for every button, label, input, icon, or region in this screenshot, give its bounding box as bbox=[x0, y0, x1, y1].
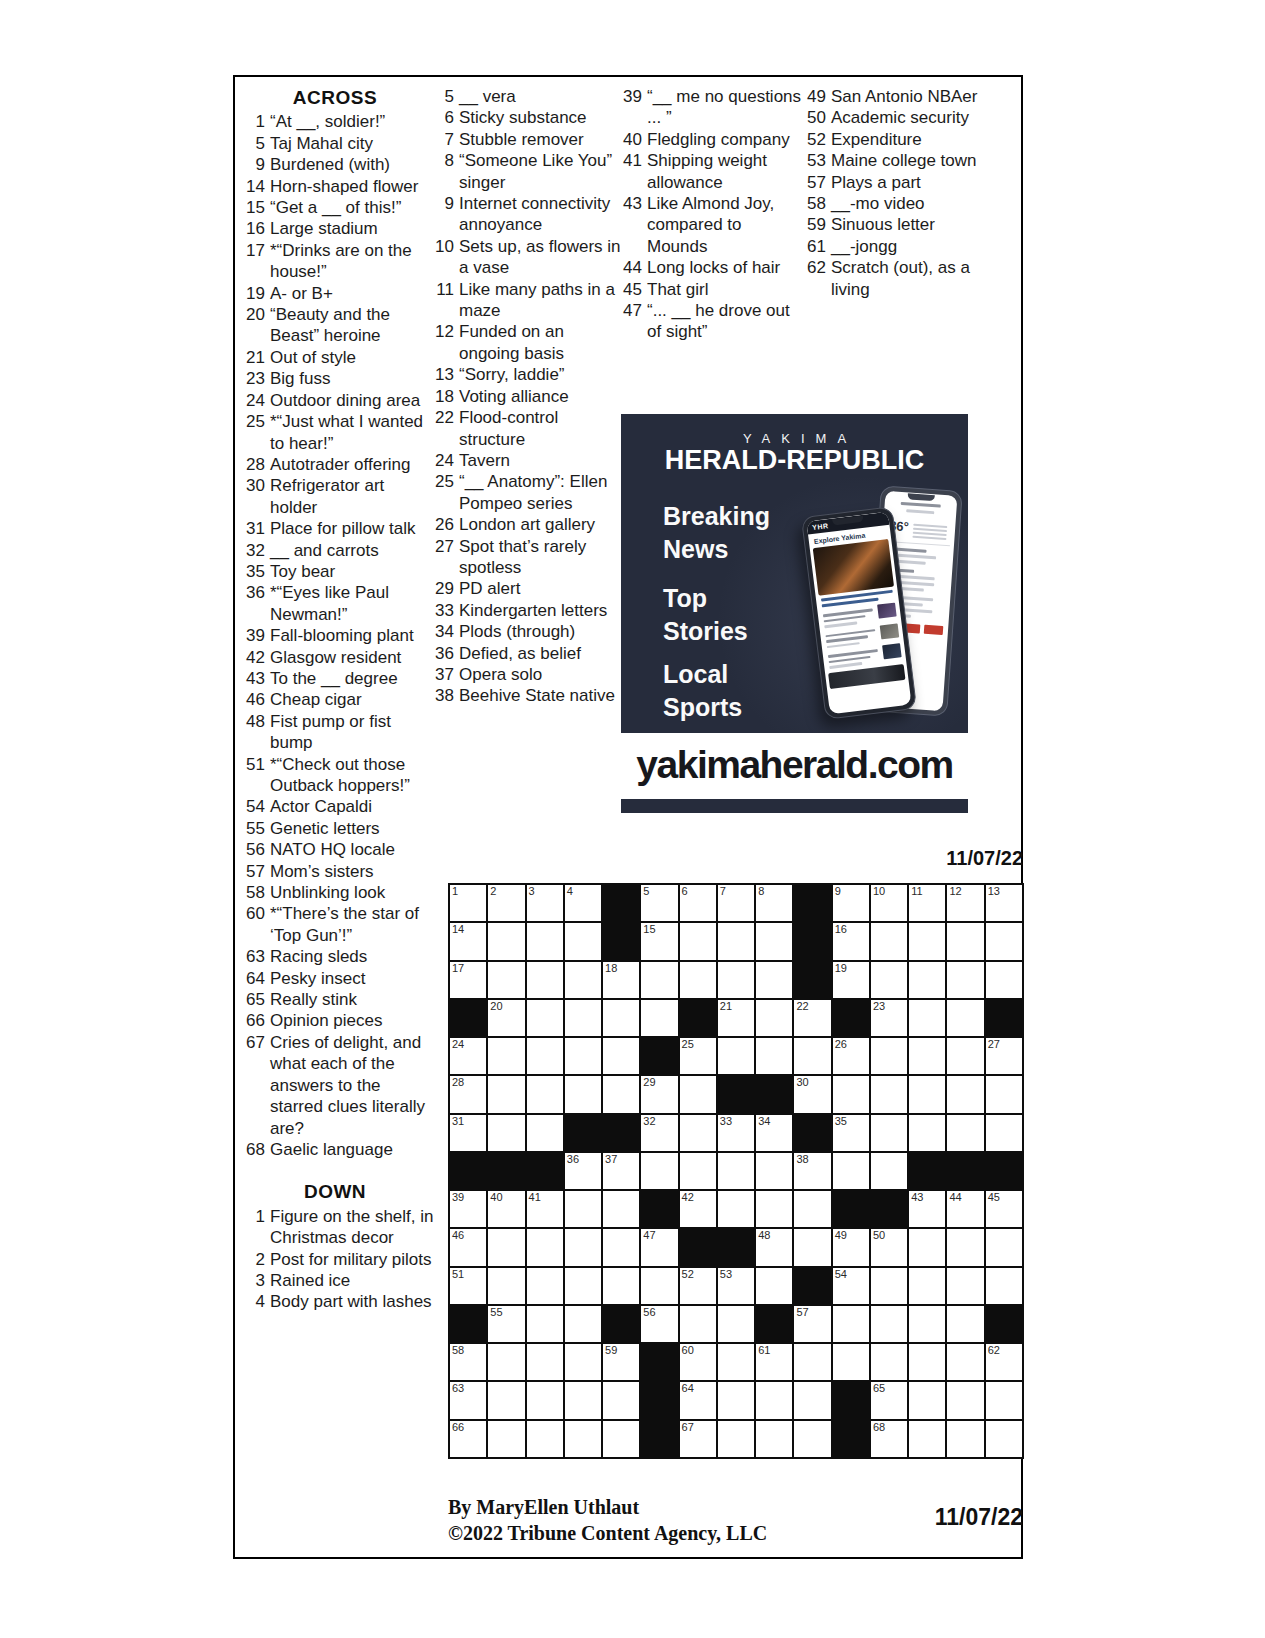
grid-cell[interactable] bbox=[488, 962, 524, 998]
clue-text: *“Eyes like Paul Newman!” bbox=[270, 582, 435, 625]
clue-number: 15 bbox=[245, 197, 270, 218]
grid-cell[interactable] bbox=[947, 962, 983, 998]
grid-cell[interactable]: 6 bbox=[680, 885, 716, 921]
grid-cell[interactable]: 46 bbox=[450, 1229, 486, 1265]
clue-item: 13“Sorry, laddie” bbox=[434, 364, 622, 385]
grid-cell[interactable]: 32 bbox=[641, 1115, 677, 1151]
clue-column-1: ACROSS 1“At __, soldier!”5Taj Mahal city… bbox=[245, 86, 435, 1313]
grid-cell[interactable] bbox=[527, 962, 563, 998]
grid-cell[interactable]: 17 bbox=[450, 962, 486, 998]
black-square bbox=[641, 1191, 677, 1227]
grid-cell[interactable] bbox=[986, 1115, 1022, 1151]
grid-cell[interactable] bbox=[527, 1000, 563, 1036]
grid-cell[interactable] bbox=[488, 1268, 524, 1304]
clue-item: 54Actor Capaldi bbox=[245, 796, 435, 817]
grid-cell[interactable] bbox=[871, 1344, 907, 1380]
website-url[interactable]: yakimaherald.com bbox=[621, 743, 968, 787]
grid-cell[interactable] bbox=[909, 1229, 945, 1265]
cell-number: 54 bbox=[835, 1268, 847, 1281]
grid-cell[interactable] bbox=[718, 923, 754, 959]
grid-cell[interactable] bbox=[527, 1382, 563, 1418]
grid-cell[interactable]: 3 bbox=[527, 885, 563, 921]
grid-cell[interactable]: 28 bbox=[450, 1076, 486, 1112]
grid-cell[interactable]: 48 bbox=[756, 1229, 792, 1265]
cell-number: 48 bbox=[758, 1229, 770, 1242]
grid-cell[interactable] bbox=[871, 1115, 907, 1151]
clue-text: Fledgling company bbox=[647, 129, 806, 150]
grid-cell[interactable] bbox=[756, 1191, 792, 1227]
grid-cell[interactable] bbox=[756, 1268, 792, 1304]
grid-cell[interactable] bbox=[680, 1306, 716, 1342]
grid-cell[interactable]: 64 bbox=[680, 1382, 716, 1418]
grid-cell[interactable] bbox=[488, 1038, 524, 1074]
grid-cell[interactable] bbox=[565, 923, 601, 959]
clue-text: Spot that’s rarely spotless bbox=[459, 536, 622, 579]
clue-number: 63 bbox=[245, 946, 270, 967]
clue-item: 7Stubble remover bbox=[434, 129, 622, 150]
grid-cell[interactable] bbox=[986, 1382, 1022, 1418]
grid-cell[interactable] bbox=[947, 1229, 983, 1265]
grid-cell[interactable]: 24 bbox=[450, 1038, 486, 1074]
clue-item: 38Beehive State native bbox=[434, 685, 622, 706]
grid-cell[interactable] bbox=[947, 1000, 983, 1036]
grid-cell[interactable] bbox=[527, 1038, 563, 1074]
grid-cell[interactable] bbox=[871, 1268, 907, 1304]
grid-cell[interactable] bbox=[565, 1421, 601, 1457]
clue-text: Expenditure bbox=[831, 129, 1006, 150]
divider-bar bbox=[621, 799, 968, 813]
clue-text: Actor Capaldi bbox=[270, 796, 435, 817]
grid-cell[interactable] bbox=[833, 1344, 869, 1380]
cell-number: 67 bbox=[682, 1421, 694, 1434]
grid-cell[interactable] bbox=[565, 1038, 601, 1074]
grid-cell[interactable] bbox=[641, 1268, 677, 1304]
news-thumbnail bbox=[880, 623, 900, 639]
grid-cell[interactable] bbox=[794, 1229, 830, 1265]
grid-cell[interactable]: 67 bbox=[680, 1421, 716, 1457]
clue-number: 46 bbox=[245, 689, 270, 710]
clue-text: Really stink bbox=[270, 989, 435, 1010]
grid-cell[interactable]: 23 bbox=[871, 1000, 907, 1036]
grid-cell[interactable]: 5 bbox=[641, 885, 677, 921]
cell-number: 16 bbox=[835, 923, 847, 936]
clue-text: Like many paths in a maze bbox=[459, 279, 622, 322]
grid-cell[interactable]: 57 bbox=[794, 1306, 830, 1342]
grid-cell[interactable] bbox=[603, 1421, 639, 1457]
grid-cell[interactable]: 44 bbox=[947, 1191, 983, 1227]
grid-cell[interactable] bbox=[909, 1306, 945, 1342]
grid-cell[interactable]: 11 bbox=[909, 885, 945, 921]
grid-cell[interactable]: 45 bbox=[986, 1191, 1022, 1227]
grid-cell[interactable] bbox=[527, 1115, 563, 1151]
grid-cell[interactable]: 35 bbox=[833, 1115, 869, 1151]
ad-red-button bbox=[923, 625, 943, 635]
grid-cell[interactable]: 21 bbox=[718, 1000, 754, 1036]
grid-cell[interactable]: 39 bbox=[450, 1191, 486, 1227]
grid-cell[interactable] bbox=[909, 1268, 945, 1304]
grid-cell[interactable]: 18 bbox=[603, 962, 639, 998]
grid-cell[interactable] bbox=[756, 1000, 792, 1036]
clue-item: 58__-mo video bbox=[806, 193, 1006, 214]
grid-cell[interactable] bbox=[565, 962, 601, 998]
grid-cell[interactable] bbox=[871, 1306, 907, 1342]
grid-cell[interactable]: 15 bbox=[641, 923, 677, 959]
cell-number: 51 bbox=[452, 1268, 464, 1281]
grid-cell[interactable]: 13 bbox=[986, 885, 1022, 921]
clue-number: 57 bbox=[806, 172, 831, 193]
grid-cell[interactable] bbox=[680, 923, 716, 959]
grid-cell[interactable] bbox=[488, 1421, 524, 1457]
grid-cell[interactable]: 52 bbox=[680, 1268, 716, 1304]
grid-cell[interactable] bbox=[909, 1038, 945, 1074]
clue-item: 37Opera solo bbox=[434, 664, 622, 685]
clue-text: Rained ice bbox=[270, 1270, 435, 1291]
grid-cell[interactable]: 56 bbox=[641, 1306, 677, 1342]
grid-cell[interactable]: 29 bbox=[641, 1076, 677, 1112]
grid-cell[interactable]: 34 bbox=[756, 1115, 792, 1151]
grid-cell[interactable] bbox=[909, 1382, 945, 1418]
grid-cell[interactable]: 49 bbox=[833, 1229, 869, 1265]
grid-cell[interactable]: 61 bbox=[756, 1344, 792, 1380]
black-square bbox=[833, 1382, 869, 1418]
clue-text: *“Drinks are on the house!” bbox=[270, 240, 435, 283]
grid-cell[interactable]: 22 bbox=[794, 1000, 830, 1036]
grid-cell[interactable]: 12 bbox=[947, 885, 983, 921]
grid-cell[interactable]: 53 bbox=[718, 1268, 754, 1304]
grid-cell[interactable] bbox=[565, 1382, 601, 1418]
grid-cell[interactable] bbox=[488, 1344, 524, 1380]
clue-item: 17*“Drinks are on the house!” bbox=[245, 240, 435, 283]
clue-text: Tavern bbox=[459, 450, 622, 471]
clue-text: Sets up, as flowers in a vase bbox=[459, 236, 622, 279]
grid-cell[interactable] bbox=[756, 923, 792, 959]
clue-text: __-jongg bbox=[831, 236, 1006, 257]
grid-cell[interactable]: 8 bbox=[756, 885, 792, 921]
copyright: ©2022 Tribune Content Agency, LLC bbox=[448, 1520, 767, 1546]
clue-text: Maine college town bbox=[831, 150, 1006, 171]
grid-cell[interactable] bbox=[871, 923, 907, 959]
grid-cell[interactable] bbox=[565, 1344, 601, 1380]
grid-cell[interactable] bbox=[909, 962, 945, 998]
grid-cell[interactable] bbox=[833, 1306, 869, 1342]
grid-cell[interactable] bbox=[794, 1191, 830, 1227]
grid-cell[interactable]: 9 bbox=[833, 885, 869, 921]
grid-cell[interactable] bbox=[871, 1038, 907, 1074]
grid-cell[interactable] bbox=[718, 1344, 754, 1380]
grid-cell[interactable]: 1 bbox=[450, 885, 486, 921]
clue-number: 36 bbox=[245, 582, 270, 625]
grid-cell[interactable]: 2 bbox=[488, 885, 524, 921]
cell-number: 29 bbox=[643, 1076, 655, 1089]
grid-cell[interactable]: 26 bbox=[833, 1038, 869, 1074]
clue-text: Fist pump or fist bump bbox=[270, 711, 435, 754]
clue-number: 53 bbox=[806, 150, 831, 171]
grid-cell[interactable] bbox=[603, 1038, 639, 1074]
clue-item: 60*“There’s the star of ‘Top Gun’!” bbox=[245, 903, 435, 946]
grid-cell[interactable] bbox=[565, 1076, 601, 1112]
clue-number: 33 bbox=[434, 600, 459, 621]
grid-cell[interactable] bbox=[527, 1306, 563, 1342]
grid-cell[interactable] bbox=[986, 1076, 1022, 1112]
grid-cell[interactable] bbox=[794, 1038, 830, 1074]
grid-cell[interactable]: 43 bbox=[909, 1191, 945, 1227]
grid-cell[interactable]: 65 bbox=[871, 1382, 907, 1418]
grid-cell[interactable] bbox=[603, 1191, 639, 1227]
grid-cell[interactable] bbox=[756, 962, 792, 998]
clue-text: *“There’s the star of ‘Top Gun’!” bbox=[270, 903, 435, 946]
grid-cell[interactable] bbox=[488, 1382, 524, 1418]
grid-cell[interactable] bbox=[603, 1076, 639, 1112]
grid-cell[interactable]: 40 bbox=[488, 1191, 524, 1227]
clue-item: 65Really stink bbox=[245, 989, 435, 1010]
grid-cell[interactable]: 63 bbox=[450, 1382, 486, 1418]
clue-text: __ vera bbox=[459, 86, 622, 107]
clue-text: Figure on the shelf, in Christmas decor bbox=[270, 1206, 435, 1249]
grid-cell[interactable]: 51 bbox=[450, 1268, 486, 1304]
clue-number: 58 bbox=[806, 193, 831, 214]
grid-cell[interactable] bbox=[527, 1229, 563, 1265]
grid-cell[interactable]: 14 bbox=[450, 923, 486, 959]
grid-cell[interactable] bbox=[756, 1382, 792, 1418]
grid-cell[interactable] bbox=[947, 1421, 983, 1457]
cell-number: 38 bbox=[796, 1153, 808, 1166]
grid-cell[interactable] bbox=[947, 923, 983, 959]
grid-cell[interactable]: 33 bbox=[718, 1115, 754, 1151]
grid-cell[interactable]: 4 bbox=[565, 885, 601, 921]
clue-number: 43 bbox=[622, 193, 647, 257]
clue-column-2: 5__ vera6Sticky substance7Stubble remove… bbox=[434, 86, 622, 707]
cell-number: 15 bbox=[643, 923, 655, 936]
grid-cell[interactable]: 31 bbox=[450, 1115, 486, 1151]
grid-cell[interactable] bbox=[565, 1191, 601, 1227]
herald-republic-ad[interactable]: YAKIMA HERALD-REPUBLIC Breaking News Top… bbox=[621, 414, 968, 733]
clue-item: 25*“Just what I wanted to hear!” bbox=[245, 411, 435, 454]
grid-cell[interactable] bbox=[488, 1076, 524, 1112]
clue-item: 34Plods (through) bbox=[434, 621, 622, 642]
grid-cell[interactable] bbox=[603, 1229, 639, 1265]
cell-number: 37 bbox=[605, 1153, 617, 1166]
clue-text: __ and carrots bbox=[270, 540, 435, 561]
grid-cell[interactable] bbox=[527, 1076, 563, 1112]
grid-cell[interactable] bbox=[947, 1306, 983, 1342]
grid-cell[interactable] bbox=[909, 1421, 945, 1457]
black-square bbox=[794, 1268, 830, 1304]
grid-cell[interactable] bbox=[871, 1076, 907, 1112]
grid-cell[interactable] bbox=[947, 1268, 983, 1304]
down-clue-list-2: 5__ vera6Sticky substance7Stubble remove… bbox=[434, 86, 622, 707]
clue-number: 44 bbox=[622, 257, 647, 278]
grid-cell[interactable] bbox=[488, 1115, 524, 1151]
cell-number: 11 bbox=[911, 885, 922, 898]
grid-cell[interactable] bbox=[718, 1421, 754, 1457]
clue-text: Unblinking look bbox=[270, 882, 435, 903]
grid-cell[interactable]: 7 bbox=[718, 885, 754, 921]
clue-number: 18 bbox=[434, 386, 459, 407]
clue-text: Long locks of hair bbox=[647, 257, 806, 278]
grid-cell[interactable]: 58 bbox=[450, 1344, 486, 1380]
grid-cell[interactable] bbox=[947, 1382, 983, 1418]
grid-cell[interactable] bbox=[641, 962, 677, 998]
black-square bbox=[603, 923, 639, 959]
grid-cell[interactable] bbox=[986, 962, 1022, 998]
ad-line-top-stories: Top Stories bbox=[663, 582, 748, 648]
grid-cell[interactable] bbox=[527, 1421, 563, 1457]
grid-cell[interactable]: 10 bbox=[871, 885, 907, 921]
black-square bbox=[794, 885, 830, 921]
grid-cell[interactable] bbox=[680, 1076, 716, 1112]
grid-cell[interactable] bbox=[565, 1229, 601, 1265]
grid-cell[interactable] bbox=[641, 1153, 677, 1189]
grid-cell[interactable] bbox=[986, 1229, 1022, 1265]
grid-cell[interactable] bbox=[833, 1076, 869, 1112]
grid-cell[interactable] bbox=[871, 962, 907, 998]
clue-text: Opera solo bbox=[459, 664, 622, 685]
grid-cell[interactable]: 20 bbox=[488, 1000, 524, 1036]
cell-number: 64 bbox=[682, 1382, 694, 1395]
grid-cell[interactable]: 42 bbox=[680, 1191, 716, 1227]
clue-number: 37 bbox=[434, 664, 459, 685]
grid-cell[interactable] bbox=[986, 923, 1022, 959]
clue-number: 13 bbox=[434, 364, 459, 385]
grid-cell[interactable] bbox=[718, 1382, 754, 1418]
grid-cell[interactable] bbox=[986, 1268, 1022, 1304]
clue-number: 27 bbox=[434, 536, 459, 579]
grid-cell[interactable] bbox=[718, 1306, 754, 1342]
clue-number: 2 bbox=[245, 1249, 270, 1270]
clue-number: 48 bbox=[245, 711, 270, 754]
grid-cell[interactable]: 16 bbox=[833, 923, 869, 959]
clue-item: 23Big fuss bbox=[245, 368, 435, 389]
cell-number: 19 bbox=[835, 962, 847, 975]
grid-cell[interactable]: 60 bbox=[680, 1344, 716, 1380]
grid-cell[interactable] bbox=[565, 1000, 601, 1036]
grid-cell[interactable]: 38 bbox=[794, 1153, 830, 1189]
grid-cell[interactable] bbox=[527, 923, 563, 959]
grid-cell[interactable]: 50 bbox=[871, 1229, 907, 1265]
clue-number: 65 bbox=[245, 989, 270, 1010]
clue-item: 24Outdoor dining area bbox=[245, 390, 435, 411]
grid-cell[interactable] bbox=[680, 962, 716, 998]
crossword-newspaper-page: ACROSS 1“At __, soldier!”5Taj Mahal city… bbox=[0, 0, 1265, 1638]
black-square bbox=[641, 1344, 677, 1380]
black-square bbox=[756, 1076, 792, 1112]
grid-cell[interactable] bbox=[603, 1000, 639, 1036]
grid-cell[interactable]: 54 bbox=[833, 1268, 869, 1304]
grid-cell[interactable] bbox=[756, 1038, 792, 1074]
grid-cell[interactable] bbox=[718, 1153, 754, 1189]
grid-cell[interactable] bbox=[909, 1344, 945, 1380]
grid-cell[interactable] bbox=[909, 1115, 945, 1151]
grid-cell[interactable] bbox=[794, 1382, 830, 1418]
grid-cell[interactable] bbox=[565, 1306, 601, 1342]
grid-cell[interactable] bbox=[794, 1421, 830, 1457]
grid-cell[interactable] bbox=[488, 1229, 524, 1265]
clue-number: 55 bbox=[245, 818, 270, 839]
grid-cell[interactable]: 47 bbox=[641, 1229, 677, 1265]
clue-item: 2Post for military pilots bbox=[245, 1249, 435, 1270]
grid-cell[interactable]: 59 bbox=[603, 1344, 639, 1380]
clue-number: 40 bbox=[622, 129, 647, 150]
grid-cell[interactable]: 55 bbox=[488, 1306, 524, 1342]
grid-cell[interactable] bbox=[603, 1268, 639, 1304]
grid-cell[interactable] bbox=[986, 1421, 1022, 1457]
grid-cell[interactable] bbox=[909, 1076, 945, 1112]
clue-text: Funded on an ongoing basis bbox=[459, 321, 622, 364]
grid-cell[interactable] bbox=[680, 1115, 716, 1151]
grid-cell[interactable] bbox=[718, 1191, 754, 1227]
clue-text: Place for pillow talk bbox=[270, 518, 435, 539]
grid-cell[interactable] bbox=[833, 1153, 869, 1189]
grid-cell[interactable] bbox=[947, 1076, 983, 1112]
clue-text: Gaelic language bbox=[270, 1139, 435, 1160]
grid-cell[interactable]: 19 bbox=[833, 962, 869, 998]
clue-item: 40Fledgling company bbox=[622, 129, 806, 150]
grid-cell[interactable] bbox=[718, 962, 754, 998]
black-square bbox=[450, 1306, 486, 1342]
clue-text: Flood-control structure bbox=[459, 407, 622, 450]
grid-cell[interactable] bbox=[947, 1038, 983, 1074]
grid-cell[interactable] bbox=[527, 1268, 563, 1304]
grid-cell[interactable]: 30 bbox=[794, 1076, 830, 1112]
clue-number: 23 bbox=[245, 368, 270, 389]
clue-text: Opinion pieces bbox=[270, 1010, 435, 1031]
grid-cell[interactable]: 41 bbox=[527, 1191, 563, 1227]
cell-number: 4 bbox=[567, 885, 573, 898]
cell-number: 59 bbox=[605, 1344, 617, 1357]
clue-text: Internet connectivity annoyance bbox=[459, 193, 622, 236]
clue-number: 29 bbox=[434, 578, 459, 599]
grid-cell[interactable] bbox=[527, 1344, 563, 1380]
grid-cell[interactable]: 27 bbox=[986, 1038, 1022, 1074]
grid-cell[interactable]: 66 bbox=[450, 1421, 486, 1457]
grid-cell[interactable] bbox=[947, 1344, 983, 1380]
black-square bbox=[641, 1382, 677, 1418]
news-hero-photo bbox=[813, 539, 894, 596]
grid-cell[interactable] bbox=[756, 1421, 792, 1457]
grid-cell[interactable] bbox=[909, 923, 945, 959]
clue-number: 49 bbox=[806, 86, 831, 107]
grid-cell[interactable] bbox=[641, 1000, 677, 1036]
grid-cell[interactable] bbox=[871, 1153, 907, 1189]
grid-cell[interactable]: 25 bbox=[680, 1038, 716, 1074]
grid-cell[interactable] bbox=[565, 1268, 601, 1304]
cell-number: 17 bbox=[452, 962, 464, 975]
grid-cell[interactable] bbox=[909, 1000, 945, 1036]
grid-cell[interactable]: 62 bbox=[986, 1344, 1022, 1380]
grid-cell[interactable] bbox=[756, 1153, 792, 1189]
clue-text: Shipping weight allowance bbox=[647, 150, 806, 193]
grid-cell[interactable] bbox=[603, 1382, 639, 1418]
grid-cell[interactable]: 37 bbox=[603, 1153, 639, 1189]
clue-item: 8“Someone Like You” singer bbox=[434, 150, 622, 193]
grid-cell[interactable] bbox=[718, 1038, 754, 1074]
clue-item: 19A- or B+ bbox=[245, 283, 435, 304]
clue-item: 63Racing sleds bbox=[245, 946, 435, 967]
grid-cell[interactable] bbox=[680, 1153, 716, 1189]
grid-cell[interactable]: 36 bbox=[565, 1153, 601, 1189]
clue-number: 24 bbox=[434, 450, 459, 471]
grid-cell[interactable]: 68 bbox=[871, 1421, 907, 1457]
grid-cell[interactable] bbox=[794, 1344, 830, 1380]
phone-news-screen: YHR Explore Yakima bbox=[806, 512, 911, 715]
clue-number: 56 bbox=[245, 839, 270, 860]
grid-cell[interactable] bbox=[488, 923, 524, 959]
clue-item: 42Glasgow resident bbox=[245, 647, 435, 668]
grid-cell[interactable] bbox=[947, 1115, 983, 1151]
clue-number: 5 bbox=[245, 133, 270, 154]
cell-number: 3 bbox=[529, 885, 535, 898]
clue-item: 5Taj Mahal city bbox=[245, 133, 435, 154]
